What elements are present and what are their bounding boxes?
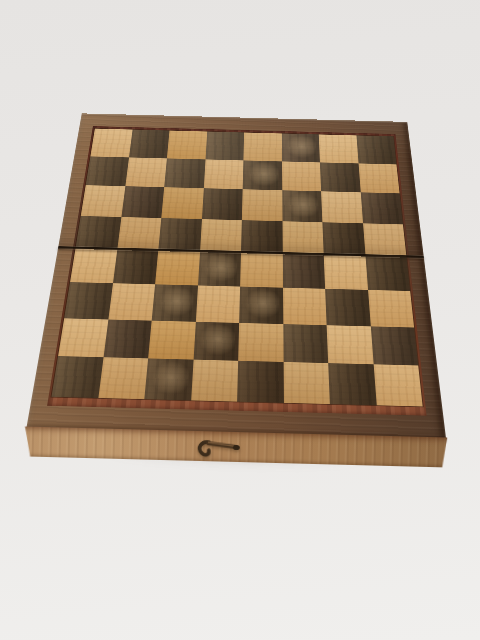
square-r3c4 xyxy=(202,188,243,220)
square-r3c5 xyxy=(242,189,282,221)
square-r7c8 xyxy=(370,326,418,366)
square-r4c7 xyxy=(322,222,365,256)
board-top-surface xyxy=(26,113,446,439)
square-r2c3 xyxy=(164,158,205,188)
square-r4c8 xyxy=(363,223,407,257)
square-r3c1 xyxy=(81,185,125,217)
square-r4c4 xyxy=(200,219,242,252)
square-r3c7 xyxy=(321,191,363,223)
square-r5c5 xyxy=(240,252,283,287)
square-r1c6 xyxy=(281,133,319,162)
square-r6c3 xyxy=(152,284,198,321)
square-r7c4 xyxy=(193,322,239,361)
square-r5c6 xyxy=(282,254,325,289)
square-r4c3 xyxy=(158,218,201,251)
square-r2c1 xyxy=(86,156,129,186)
square-r7c7 xyxy=(327,325,374,365)
square-r1c5 xyxy=(243,132,281,161)
square-r5c3 xyxy=(155,250,200,285)
square-r6c6 xyxy=(283,288,327,325)
square-r1c8 xyxy=(356,135,396,164)
hook-latch-icon xyxy=(193,434,244,463)
square-r2c4 xyxy=(203,159,243,189)
square-r8c6 xyxy=(283,362,330,404)
square-r6c5 xyxy=(239,287,283,324)
square-r3c6 xyxy=(282,190,323,222)
board-box xyxy=(0,0,480,640)
square-r5c7 xyxy=(324,255,368,290)
square-r7c3 xyxy=(148,320,195,359)
square-r1c2 xyxy=(129,130,170,159)
square-r5c4 xyxy=(198,251,241,286)
square-r8c7 xyxy=(328,363,376,405)
square-r4c5 xyxy=(241,220,282,253)
square-r5c1 xyxy=(70,248,117,283)
square-r3c3 xyxy=(161,187,203,219)
square-r7c1 xyxy=(58,318,108,357)
square-r4c1 xyxy=(76,216,121,249)
square-r8c2 xyxy=(98,357,148,399)
square-r2c6 xyxy=(282,161,321,191)
square-r7c6 xyxy=(283,324,328,363)
square-r2c7 xyxy=(320,162,360,192)
square-r6c4 xyxy=(195,286,240,323)
checkerboard xyxy=(52,129,423,407)
photo-scene xyxy=(0,0,480,640)
square-r4c6 xyxy=(282,221,324,254)
square-r1c3 xyxy=(167,131,207,160)
square-r8c5 xyxy=(237,361,283,403)
square-r1c7 xyxy=(319,134,358,163)
square-r5c2 xyxy=(113,249,159,284)
square-r2c8 xyxy=(358,163,399,193)
square-r7c2 xyxy=(103,319,152,358)
square-r6c1 xyxy=(64,282,112,319)
square-r3c8 xyxy=(360,192,403,224)
square-r3c2 xyxy=(121,186,164,218)
square-r7c5 xyxy=(238,323,283,362)
square-r2c2 xyxy=(125,157,167,187)
square-r6c7 xyxy=(325,289,370,326)
square-r1c4 xyxy=(205,132,244,161)
square-r8c8 xyxy=(373,365,422,407)
square-r8c1 xyxy=(52,356,104,398)
square-r4c2 xyxy=(117,217,161,250)
square-r8c3 xyxy=(144,359,193,401)
square-r2c5 xyxy=(243,160,282,190)
square-r5c8 xyxy=(365,256,410,291)
square-r6c2 xyxy=(108,283,155,320)
square-r6c8 xyxy=(368,290,414,327)
square-r1c1 xyxy=(90,129,132,158)
square-r8c4 xyxy=(191,360,238,402)
